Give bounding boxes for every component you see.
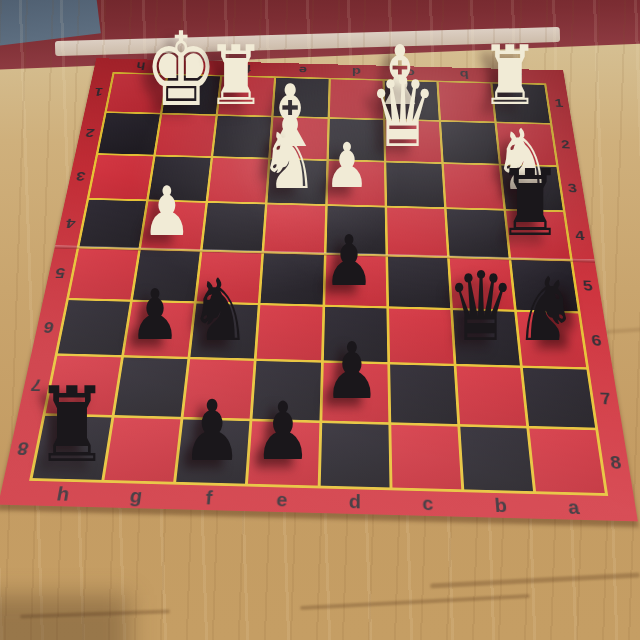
coordinate-label-c: c — [391, 490, 465, 517]
square-c7[interactable] — [390, 364, 457, 424]
square-e5[interactable] — [261, 253, 324, 304]
square-g8[interactable] — [105, 418, 181, 482]
white-pawn-g4[interactable]: ♟ — [143, 178, 192, 246]
black-queen-b6[interactable]: ♛ — [447, 259, 516, 355]
square-e4[interactable] — [264, 205, 324, 253]
square-b8[interactable] — [460, 427, 533, 492]
black-pawn-g6[interactable]: ♟ — [130, 280, 180, 350]
wood-grain-streak — [300, 594, 530, 610]
square-h5[interactable] — [69, 248, 138, 299]
square-h4[interactable] — [80, 200, 146, 248]
corner-shadow — [0, 595, 130, 640]
square-f4[interactable] — [203, 203, 265, 251]
square-c5[interactable] — [388, 256, 450, 307]
square-c8[interactable] — [391, 425, 461, 490]
coordinate-label-a: a — [536, 494, 612, 521]
square-g7[interactable] — [115, 357, 188, 416]
coordinate-label-f: f — [171, 485, 246, 511]
square-b7[interactable] — [456, 366, 526, 426]
white-pawn-d3[interactable]: ♟ — [325, 135, 369, 197]
square-b2[interactable] — [441, 122, 499, 164]
square-e6[interactable] — [257, 305, 322, 360]
coordinate-label-d: d — [318, 488, 391, 515]
square-a7[interactable] — [523, 368, 595, 428]
black-knight-f6[interactable]: ♞ — [189, 267, 251, 353]
coordinate-label-b: b — [463, 492, 538, 519]
square-h6[interactable] — [58, 300, 130, 355]
wood-grain-streak — [430, 573, 640, 589]
black-rook-a4[interactable]: ♜ — [497, 158, 563, 250]
white-rook-a1[interactable]: ♜ — [481, 35, 540, 117]
photo-scene: hgfedcba hgfedcba 12345678 12345678 ♚♜♝♜… — [0, 0, 640, 640]
square-c4[interactable] — [387, 208, 447, 256]
white-knight-e3[interactable]: ♞ — [260, 119, 319, 201]
black-pawn-d7[interactable]: ♟ — [324, 332, 380, 410]
black-pawn-f8[interactable]: ♟ — [182, 389, 242, 473]
square-a8[interactable] — [529, 428, 605, 493]
coordinate-label-e: e — [245, 486, 319, 513]
black-knight-a6[interactable]: ♞ — [514, 266, 577, 354]
square-d8[interactable] — [320, 423, 389, 487]
white-queen-c2[interactable]: ♛ — [369, 65, 438, 161]
coordinate-label-g: g — [98, 483, 174, 509]
square-c6[interactable] — [389, 308, 454, 363]
black-rook-h8[interactable]: ♜ — [35, 373, 110, 477]
black-pawn-d5[interactable]: ♟ — [324, 226, 374, 296]
square-c3[interactable] — [386, 163, 444, 208]
black-pawn-e8[interactable]: ♟ — [254, 392, 311, 472]
white-rook-f1[interactable]: ♜ — [207, 35, 266, 117]
